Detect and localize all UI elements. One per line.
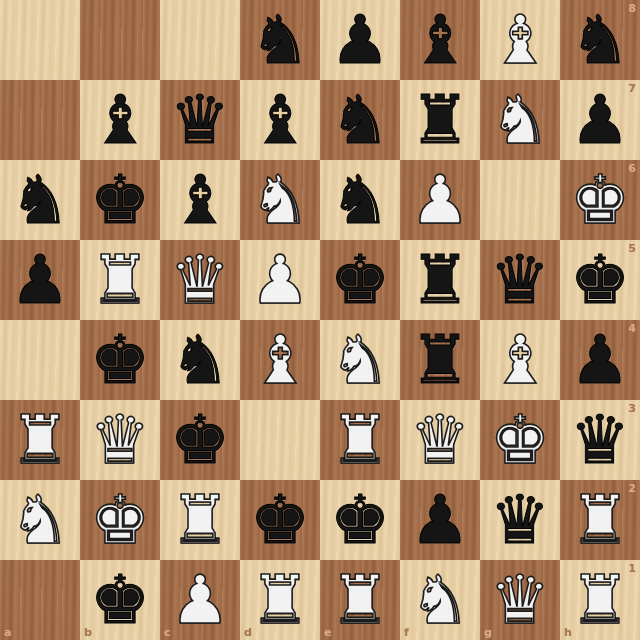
square-f4[interactable]: ♜ bbox=[400, 320, 480, 400]
white-rook-piece[interactable]: ♜ bbox=[0, 400, 80, 480]
square-e3[interactable]: ♜ bbox=[320, 400, 400, 480]
square-f6[interactable]: ♟ bbox=[400, 160, 480, 240]
white-queen-piece[interactable]: ♛ bbox=[400, 400, 480, 480]
white-queen-piece[interactable]: ♛ bbox=[480, 560, 560, 640]
square-d6[interactable]: ♞ bbox=[240, 160, 320, 240]
black-bishop-piece[interactable]: ♝ bbox=[160, 160, 240, 240]
white-knight-piece[interactable]: ♞ bbox=[0, 480, 80, 560]
square-g4[interactable]: ♝ bbox=[480, 320, 560, 400]
square-f7[interactable]: ♜ bbox=[400, 80, 480, 160]
square-e7[interactable]: ♞ bbox=[320, 80, 400, 160]
square-a2[interactable]: ♞ bbox=[0, 480, 80, 560]
square-d7[interactable]: ♝ bbox=[240, 80, 320, 160]
black-knight-piece[interactable]: ♞ bbox=[320, 160, 400, 240]
black-pawn-piece[interactable]: ♟ bbox=[560, 80, 640, 160]
black-bishop-piece[interactable]: ♝ bbox=[400, 0, 480, 80]
square-c5[interactable]: ♛ bbox=[160, 240, 240, 320]
square-e8[interactable]: ♟ bbox=[320, 0, 400, 80]
white-bishop-piece[interactable]: ♝ bbox=[480, 0, 560, 80]
square-c8[interactable] bbox=[160, 0, 240, 80]
square-a8[interactable] bbox=[0, 0, 80, 80]
black-queen-piece[interactable]: ♛ bbox=[480, 480, 560, 560]
square-c1[interactable]: ♟c bbox=[160, 560, 240, 640]
black-pawn-piece[interactable]: ♟ bbox=[560, 320, 640, 400]
white-rook-piece[interactable]: ♜ bbox=[160, 480, 240, 560]
white-bishop-piece[interactable]: ♝ bbox=[480, 320, 560, 400]
black-pawn-piece[interactable]: ♟ bbox=[0, 240, 80, 320]
square-b5[interactable]: ♜ bbox=[80, 240, 160, 320]
black-pawn-piece[interactable]: ♟ bbox=[320, 0, 400, 80]
white-knight-piece[interactable]: ♞ bbox=[400, 560, 480, 640]
square-a1[interactable]: a bbox=[0, 560, 80, 640]
white-king-piece[interactable]: ♚ bbox=[480, 400, 560, 480]
black-rook-piece[interactable]: ♜ bbox=[400, 320, 480, 400]
black-queen-piece[interactable]: ♛ bbox=[160, 80, 240, 160]
black-rook-piece[interactable]: ♜ bbox=[400, 240, 480, 320]
black-bishop-piece[interactable]: ♝ bbox=[80, 80, 160, 160]
square-h6[interactable]: ♚6 bbox=[560, 160, 640, 240]
square-d8[interactable]: ♞ bbox=[240, 0, 320, 80]
square-a7[interactable] bbox=[0, 80, 80, 160]
square-d2[interactable]: ♚ bbox=[240, 480, 320, 560]
square-a3[interactable]: ♜ bbox=[0, 400, 80, 480]
square-c3[interactable]: ♚ bbox=[160, 400, 240, 480]
black-king-piece[interactable]: ♚ bbox=[80, 560, 160, 640]
square-c4[interactable]: ♞ bbox=[160, 320, 240, 400]
square-f3[interactable]: ♛ bbox=[400, 400, 480, 480]
square-h3[interactable]: ♛3 bbox=[560, 400, 640, 480]
square-c2[interactable]: ♜ bbox=[160, 480, 240, 560]
black-king-piece[interactable]: ♚ bbox=[320, 480, 400, 560]
black-king-piece[interactable]: ♚ bbox=[320, 240, 400, 320]
square-g1[interactable]: ♛g bbox=[480, 560, 560, 640]
white-pawn-piece[interactable]: ♟ bbox=[400, 160, 480, 240]
white-rook-piece[interactable]: ♜ bbox=[560, 480, 640, 560]
black-knight-piece[interactable]: ♞ bbox=[0, 160, 80, 240]
square-f1[interactable]: ♞f bbox=[400, 560, 480, 640]
white-knight-piece[interactable]: ♞ bbox=[480, 80, 560, 160]
white-rook-piece[interactable]: ♜ bbox=[320, 560, 400, 640]
white-knight-piece[interactable]: ♞ bbox=[320, 320, 400, 400]
square-b8[interactable] bbox=[80, 0, 160, 80]
white-rook-piece[interactable]: ♜ bbox=[240, 560, 320, 640]
square-f8[interactable]: ♝ bbox=[400, 0, 480, 80]
square-h2[interactable]: ♜2 bbox=[560, 480, 640, 560]
square-d4[interactable]: ♝ bbox=[240, 320, 320, 400]
white-pawn-piece[interactable]: ♟ bbox=[240, 240, 320, 320]
chess-board-container: ♞♟♝♝♞8♝♛♝♞♜♞♟7♞♚♝♞♞♟♚6♟♜♛♟♚♜♛♚5♚♞♝♞♜♝♟4♜… bbox=[0, 0, 640, 640]
black-knight-piece[interactable]: ♞ bbox=[320, 80, 400, 160]
square-e6[interactable]: ♞ bbox=[320, 160, 400, 240]
square-f2[interactable]: ♟ bbox=[400, 480, 480, 560]
square-b6[interactable]: ♚ bbox=[80, 160, 160, 240]
square-a5[interactable]: ♟ bbox=[0, 240, 80, 320]
square-a6[interactable]: ♞ bbox=[0, 160, 80, 240]
black-knight-piece[interactable]: ♞ bbox=[560, 0, 640, 80]
square-b4[interactable]: ♚ bbox=[80, 320, 160, 400]
square-e1[interactable]: ♜e bbox=[320, 560, 400, 640]
square-c7[interactable]: ♛ bbox=[160, 80, 240, 160]
square-e5[interactable]: ♚ bbox=[320, 240, 400, 320]
square-g5[interactable]: ♛ bbox=[480, 240, 560, 320]
square-g6[interactable] bbox=[480, 160, 560, 240]
square-h7[interactable]: ♟7 bbox=[560, 80, 640, 160]
black-bishop-piece[interactable]: ♝ bbox=[240, 80, 320, 160]
black-queen-piece[interactable]: ♛ bbox=[480, 240, 560, 320]
black-queen-piece[interactable]: ♛ bbox=[560, 400, 640, 480]
black-king-piece[interactable]: ♚ bbox=[560, 240, 640, 320]
square-b7[interactable]: ♝ bbox=[80, 80, 160, 160]
white-queen-piece[interactable]: ♛ bbox=[80, 400, 160, 480]
black-king-piece[interactable]: ♚ bbox=[80, 320, 160, 400]
square-d1[interactable]: ♜d bbox=[240, 560, 320, 640]
square-h4[interactable]: ♟4 bbox=[560, 320, 640, 400]
white-king-piece[interactable]: ♚ bbox=[560, 160, 640, 240]
square-e2[interactable]: ♚ bbox=[320, 480, 400, 560]
square-d5[interactable]: ♟ bbox=[240, 240, 320, 320]
square-g3[interactable]: ♚ bbox=[480, 400, 560, 480]
square-g2[interactable]: ♛ bbox=[480, 480, 560, 560]
black-knight-piece[interactable]: ♞ bbox=[240, 0, 320, 80]
white-pawn-piece[interactable]: ♟ bbox=[160, 560, 240, 640]
chess-board: ♞♟♝♝♞8♝♛♝♞♜♞♟7♞♚♝♞♞♟♚6♟♜♛♟♚♜♛♚5♚♞♝♞♜♝♟4♜… bbox=[0, 0, 640, 640]
square-b1[interactable]: ♚b bbox=[80, 560, 160, 640]
square-b3[interactable]: ♛ bbox=[80, 400, 160, 480]
square-h5[interactable]: ♚5 bbox=[560, 240, 640, 320]
square-b2[interactable]: ♚ bbox=[80, 480, 160, 560]
square-c6[interactable]: ♝ bbox=[160, 160, 240, 240]
white-rook-piece[interactable]: ♜ bbox=[320, 400, 400, 480]
white-queen-piece[interactable]: ♛ bbox=[160, 240, 240, 320]
square-g8[interactable]: ♝ bbox=[480, 0, 560, 80]
black-pawn-piece[interactable]: ♟ bbox=[400, 480, 480, 560]
square-h8[interactable]: ♞8 bbox=[560, 0, 640, 80]
black-king-piece[interactable]: ♚ bbox=[240, 480, 320, 560]
white-rook-piece[interactable]: ♜ bbox=[560, 560, 640, 640]
square-h1[interactable]: ♜1h bbox=[560, 560, 640, 640]
square-e4[interactable]: ♞ bbox=[320, 320, 400, 400]
square-f5[interactable]: ♜ bbox=[400, 240, 480, 320]
white-knight-piece[interactable]: ♞ bbox=[240, 160, 320, 240]
square-a4[interactable] bbox=[0, 320, 80, 400]
square-d3[interactable] bbox=[240, 400, 320, 480]
square-g7[interactable]: ♞ bbox=[480, 80, 560, 160]
black-rook-piece[interactable]: ♜ bbox=[400, 80, 480, 160]
white-rook-piece[interactable]: ♜ bbox=[80, 240, 160, 320]
white-king-piece[interactable]: ♚ bbox=[80, 480, 160, 560]
black-king-piece[interactable]: ♚ bbox=[160, 400, 240, 480]
white-bishop-piece[interactable]: ♝ bbox=[240, 320, 320, 400]
black-knight-piece[interactable]: ♞ bbox=[160, 320, 240, 400]
file-label-a: a bbox=[4, 626, 11, 639]
black-king-piece[interactable]: ♚ bbox=[80, 160, 160, 240]
